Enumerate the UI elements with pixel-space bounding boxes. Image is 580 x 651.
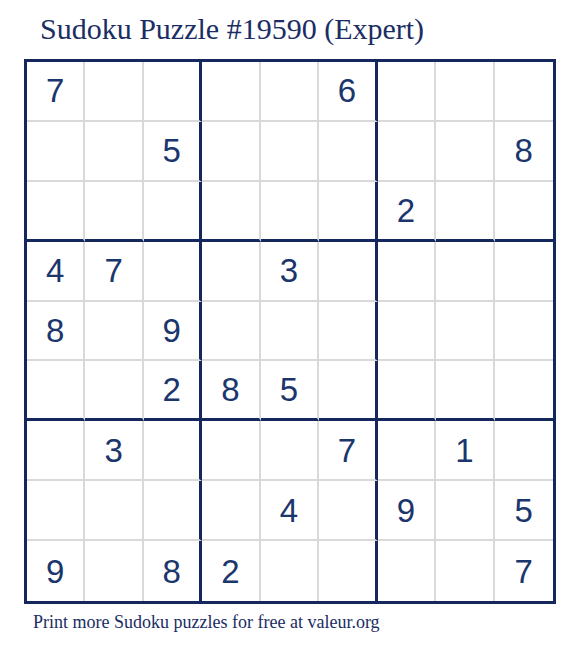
cell-r5c1[interactable]: 8	[27, 302, 85, 362]
cell-r8c7[interactable]: 9	[378, 481, 436, 541]
cell-r3c4[interactable]	[202, 182, 260, 242]
cell-r5c3[interactable]: 9	[144, 302, 202, 362]
cell-r6c1[interactable]	[27, 361, 85, 421]
cell-r3c5[interactable]	[261, 182, 319, 242]
cell-r6c2[interactable]	[85, 361, 143, 421]
cell-r7c3[interactable]	[144, 421, 202, 481]
cell-r9c5[interactable]	[261, 541, 319, 601]
cell-r2c9[interactable]: 8	[495, 122, 553, 182]
cell-r2c4[interactable]	[202, 122, 260, 182]
cell-r2c7[interactable]	[378, 122, 436, 182]
cell-r3c3[interactable]	[144, 182, 202, 242]
cell-r2c5[interactable]	[261, 122, 319, 182]
cell-r9c9[interactable]: 7	[495, 541, 553, 601]
cell-r1c8[interactable]	[436, 62, 494, 122]
cell-r6c4[interactable]: 8	[202, 361, 260, 421]
cell-r4c3[interactable]	[144, 242, 202, 302]
cell-r4c6[interactable]	[319, 242, 377, 302]
cell-r1c4[interactable]	[202, 62, 260, 122]
cell-r1c9[interactable]	[495, 62, 553, 122]
cell-r1c6[interactable]: 6	[319, 62, 377, 122]
cell-r7c6[interactable]: 7	[319, 421, 377, 481]
cell-r9c7[interactable]	[378, 541, 436, 601]
cell-r3c8[interactable]	[436, 182, 494, 242]
cell-r4c4[interactable]	[202, 242, 260, 302]
cell-r9c3[interactable]: 8	[144, 541, 202, 601]
cell-r7c9[interactable]	[495, 421, 553, 481]
cell-r6c6[interactable]	[319, 361, 377, 421]
cell-r9c4[interactable]: 2	[202, 541, 260, 601]
cell-r2c8[interactable]	[436, 122, 494, 182]
cell-r8c6[interactable]	[319, 481, 377, 541]
cell-r7c4[interactable]	[202, 421, 260, 481]
cell-r1c1[interactable]: 7	[27, 62, 85, 122]
cell-r8c1[interactable]	[27, 481, 85, 541]
cell-r4c5[interactable]: 3	[261, 242, 319, 302]
cell-r6c7[interactable]	[378, 361, 436, 421]
cell-r3c7[interactable]: 2	[378, 182, 436, 242]
cell-r7c8[interactable]: 1	[436, 421, 494, 481]
cell-r6c8[interactable]	[436, 361, 494, 421]
cell-r2c1[interactable]	[27, 122, 85, 182]
cell-r7c7[interactable]	[378, 421, 436, 481]
cell-r5c8[interactable]	[436, 302, 494, 362]
cell-r1c2[interactable]	[85, 62, 143, 122]
cell-r8c8[interactable]	[436, 481, 494, 541]
cell-r6c9[interactable]	[495, 361, 553, 421]
cell-r3c6[interactable]	[319, 182, 377, 242]
cell-r9c1[interactable]: 9	[27, 541, 85, 601]
cell-r9c6[interactable]	[319, 541, 377, 601]
cell-r5c5[interactable]	[261, 302, 319, 362]
cell-r7c1[interactable]	[27, 421, 85, 481]
cell-r7c2[interactable]: 3	[85, 421, 143, 481]
cell-r3c1[interactable]	[27, 182, 85, 242]
cell-r5c9[interactable]	[495, 302, 553, 362]
cell-r6c5[interactable]: 5	[261, 361, 319, 421]
page-title: Sudoku Puzzle #19590 (Expert)	[40, 12, 424, 46]
cell-r2c2[interactable]	[85, 122, 143, 182]
cell-r9c2[interactable]	[85, 541, 143, 601]
cell-r8c9[interactable]: 5	[495, 481, 553, 541]
cell-r1c5[interactable]	[261, 62, 319, 122]
cell-r8c3[interactable]	[144, 481, 202, 541]
cell-r5c2[interactable]	[85, 302, 143, 362]
cell-r8c5[interactable]: 4	[261, 481, 319, 541]
cell-r4c2[interactable]: 7	[85, 242, 143, 302]
cell-r8c2[interactable]	[85, 481, 143, 541]
cell-r4c9[interactable]	[495, 242, 553, 302]
footer-text: Print more Sudoku puzzles for free at va…	[33, 612, 380, 633]
cell-r5c4[interactable]	[202, 302, 260, 362]
cell-r4c8[interactable]	[436, 242, 494, 302]
sudoku-page: Sudoku Puzzle #19590 (Expert) 7658247389…	[0, 0, 580, 651]
cell-r7c5[interactable]	[261, 421, 319, 481]
cell-r4c7[interactable]	[378, 242, 436, 302]
cell-r6c3[interactable]: 2	[144, 361, 202, 421]
cell-r4c1[interactable]: 4	[27, 242, 85, 302]
cell-r1c7[interactable]	[378, 62, 436, 122]
cell-r5c6[interactable]	[319, 302, 377, 362]
cell-r3c2[interactable]	[85, 182, 143, 242]
cell-r9c8[interactable]	[436, 541, 494, 601]
sudoku-grid: 76582473892853714959827	[24, 59, 556, 604]
cell-r5c7[interactable]	[378, 302, 436, 362]
cell-r8c4[interactable]	[202, 481, 260, 541]
cell-r2c6[interactable]	[319, 122, 377, 182]
cell-r3c9[interactable]	[495, 182, 553, 242]
cell-r1c3[interactable]	[144, 62, 202, 122]
cell-r2c3[interactable]: 5	[144, 122, 202, 182]
